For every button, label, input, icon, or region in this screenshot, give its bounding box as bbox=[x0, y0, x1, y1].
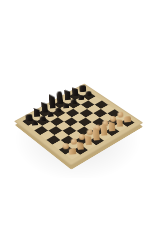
piece-black-pawn bbox=[78, 95, 84, 100]
piece-wood-rook bbox=[123, 116, 131, 123]
piece-black-pawn bbox=[48, 112, 54, 117]
piece-wood-pawn bbox=[71, 138, 78, 145]
piece-black-bishop bbox=[64, 89, 71, 100]
piece-wood-queen bbox=[100, 124, 107, 136]
product-photo bbox=[0, 0, 156, 230]
piece-black-rook bbox=[79, 85, 86, 92]
scene bbox=[0, 0, 156, 230]
piece-black-pawn bbox=[86, 91, 92, 96]
piece-black-knight bbox=[33, 108, 40, 117]
piece-black-pawn bbox=[71, 99, 77, 104]
piece-black-queen bbox=[56, 91, 63, 104]
piece-black-pawn bbox=[55, 107, 61, 112]
piece-black-pawn bbox=[63, 103, 69, 108]
piece-wood-rook bbox=[68, 148, 76, 155]
piece-black-rook bbox=[25, 114, 33, 122]
piece-black-knight bbox=[72, 87, 78, 96]
piece-wood-pawn bbox=[110, 116, 117, 123]
piece-wood-pawn bbox=[79, 134, 86, 141]
piece-wood-pawn bbox=[117, 111, 124, 118]
piece-black-pawn bbox=[32, 120, 38, 126]
piece-black-pawn bbox=[40, 116, 46, 121]
